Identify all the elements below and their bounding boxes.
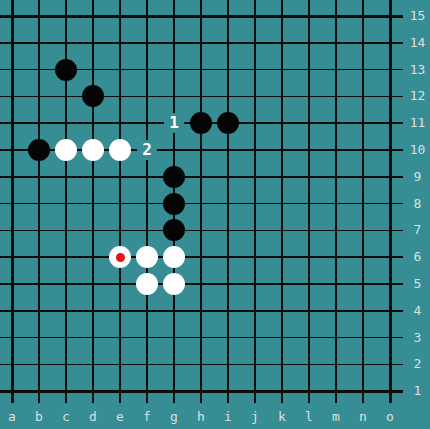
- grid-line-row-3: [0, 337, 403, 339]
- col-label-i: i: [218, 409, 238, 425]
- grid-line-row-4: [0, 310, 403, 312]
- grid-line-col-o: [389, 0, 392, 403]
- stone-black-g8[interactable]: [163, 193, 185, 215]
- stone-white-g5[interactable]: [163, 273, 185, 295]
- stone-white-g6[interactable]: [163, 246, 185, 268]
- stone-white-d10[interactable]: [82, 139, 104, 161]
- col-label-g: g: [164, 409, 184, 425]
- move-label-2: 2: [137, 140, 157, 160]
- grid-line-row-9: [0, 176, 403, 178]
- col-label-e: e: [110, 409, 130, 425]
- col-label-o: o: [380, 409, 400, 425]
- col-label-k: k: [272, 409, 292, 425]
- row-label-13: 13: [404, 62, 430, 78]
- col-label-n: n: [353, 409, 373, 425]
- col-label-m: m: [326, 409, 346, 425]
- col-label-h: h: [191, 409, 211, 425]
- grid-line-col-f: [146, 0, 148, 403]
- stone-white-f5[interactable]: [136, 273, 158, 295]
- grid-line-col-l: [308, 0, 310, 403]
- grid-line-row-1: [0, 390, 403, 393]
- row-label-5: 5: [404, 276, 430, 292]
- board[interactable]: 12abcdefghijklmno151413121110987654321: [0, 0, 430, 429]
- grid-line-col-d: [92, 0, 94, 403]
- stone-white-f6[interactable]: [136, 246, 158, 268]
- row-label-4: 4: [404, 303, 430, 319]
- grid-line-col-j: [254, 0, 256, 403]
- grid-line-row-15: [0, 15, 403, 18]
- col-label-j: j: [245, 409, 265, 425]
- row-label-12: 12: [404, 88, 430, 104]
- row-label-6: 6: [404, 249, 430, 265]
- grid-line-row-6: [0, 256, 403, 258]
- grid-line-row-7: [0, 230, 403, 232]
- col-label-a: a: [2, 409, 22, 425]
- grid-line-row-12: [0, 96, 403, 98]
- stone-black-i11[interactable]: [217, 112, 239, 134]
- grid-line-col-a: [11, 0, 14, 403]
- grid-line-col-m: [335, 0, 337, 403]
- col-label-c: c: [56, 409, 76, 425]
- last-move-marker: [116, 253, 125, 262]
- stone-black-d12[interactable]: [82, 85, 104, 107]
- grid-line-row-8: [0, 203, 403, 205]
- grid-line-row-14: [0, 42, 403, 44]
- col-label-l: l: [299, 409, 319, 425]
- grid-line-row-5: [0, 283, 403, 285]
- stone-black-c13[interactable]: [55, 59, 77, 81]
- stone-black-g9[interactable]: [163, 166, 185, 188]
- row-label-1: 1: [404, 383, 430, 399]
- row-label-7: 7: [404, 222, 430, 238]
- grid-line-col-k: [281, 0, 283, 403]
- row-label-2: 2: [404, 356, 430, 372]
- row-label-10: 10: [404, 142, 430, 158]
- row-label-15: 15: [404, 8, 430, 24]
- stone-black-g7[interactable]: [163, 219, 185, 241]
- row-label-9: 9: [404, 169, 430, 185]
- grid-line-col-e: [119, 0, 121, 403]
- row-label-3: 3: [404, 330, 430, 346]
- col-label-f: f: [137, 409, 157, 425]
- row-label-14: 14: [404, 35, 430, 51]
- col-label-b: b: [29, 409, 49, 425]
- row-label-8: 8: [404, 196, 430, 212]
- stone-black-b10[interactable]: [28, 139, 50, 161]
- stone-white-e10[interactable]: [109, 139, 131, 161]
- row-label-11: 11: [404, 115, 430, 131]
- grid-line-col-b: [38, 0, 40, 403]
- move-label-1: 1: [164, 113, 184, 133]
- grid-line-col-i: [227, 0, 229, 403]
- grid-line-col-h: [200, 0, 202, 403]
- stone-white-c10[interactable]: [55, 139, 77, 161]
- col-label-d: d: [83, 409, 103, 425]
- stone-black-h11[interactable]: [190, 112, 212, 134]
- grid-line-row-2: [0, 364, 403, 366]
- grid-line-col-n: [362, 0, 364, 403]
